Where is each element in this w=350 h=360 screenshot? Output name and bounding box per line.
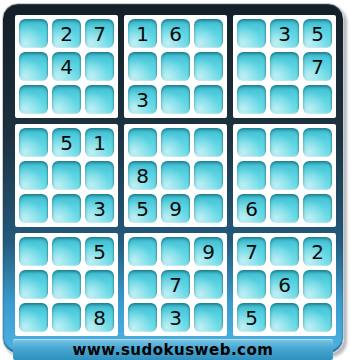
cell-r8c8[interactable]: 6 [270,270,299,299]
cell-r1c5[interactable]: 6 [161,19,190,48]
cell-r2c2[interactable]: 4 [52,52,81,81]
cell-r5c3[interactable] [85,161,114,190]
cell-r2c7[interactable] [237,52,266,81]
cell-r1c7[interactable] [237,19,266,48]
cell-r6c4[interactable]: 5 [128,194,157,223]
cell-r6c8[interactable] [270,194,299,223]
cell-r9c1[interactable] [19,303,48,332]
cell-r2c9[interactable]: 7 [303,52,332,81]
cell-r1c9[interactable]: 5 [303,19,332,48]
cell-r8c9[interactable] [303,270,332,299]
cell-r2c3[interactable] [85,52,114,81]
cell-r1c3[interactable]: 7 [85,19,114,48]
cell-r6c7[interactable]: 6 [237,194,266,223]
cell-r8c5[interactable]: 7 [161,270,190,299]
box-5: 859 [124,124,227,227]
sudoku-app-frame: 2741633575138596589737265 www.sudokusweb… [2,3,344,354]
box-1: 274 [15,15,118,118]
cell-r3c8[interactable] [270,85,299,114]
cell-r7c1[interactable] [19,237,48,266]
cell-r3c6[interactable] [194,85,223,114]
box-2: 163 [124,15,227,118]
cell-r7c8[interactable] [270,237,299,266]
cell-r4c6[interactable] [194,128,223,157]
cell-r8c7[interactable] [237,270,266,299]
cell-r9c6[interactable] [194,303,223,332]
cell-r4c8[interactable] [270,128,299,157]
cell-r9c2[interactable] [52,303,81,332]
cell-r3c7[interactable] [237,85,266,114]
cell-r3c2[interactable] [52,85,81,114]
cell-r5c8[interactable] [270,161,299,190]
box-8: 973 [124,233,227,336]
website-link[interactable]: www.sudokusweb.com [73,341,274,359]
cell-r1c6[interactable] [194,19,223,48]
cell-r6c2[interactable] [52,194,81,223]
box-4: 513 [15,124,118,227]
cell-r8c3[interactable] [85,270,114,299]
box-3: 357 [233,15,336,118]
footer-bar: www.sudokusweb.com [13,339,333,360]
cell-r5c1[interactable] [19,161,48,190]
cell-r3c5[interactable] [161,85,190,114]
cell-r5c7[interactable] [237,161,266,190]
cell-r6c9[interactable] [303,194,332,223]
box-9: 7265 [233,233,336,336]
cell-r9c9[interactable] [303,303,332,332]
box-7: 58 [15,233,118,336]
cell-r7c2[interactable] [52,237,81,266]
cell-r3c4[interactable]: 3 [128,85,157,114]
cell-r7c5[interactable] [161,237,190,266]
sudoku-board: 2741633575138596589737265 [3,4,343,336]
cell-r9c5[interactable]: 3 [161,303,190,332]
cell-r3c9[interactable] [303,85,332,114]
cell-r5c2[interactable] [52,161,81,190]
cell-r9c7[interactable]: 5 [237,303,266,332]
cell-r5c9[interactable] [303,161,332,190]
cell-r8c2[interactable] [52,270,81,299]
cell-r6c5[interactable]: 9 [161,194,190,223]
cell-r6c3[interactable]: 3 [85,194,114,223]
cell-r4c7[interactable] [237,128,266,157]
cell-r8c1[interactable] [19,270,48,299]
cell-r8c4[interactable] [128,270,157,299]
cell-r3c3[interactable] [85,85,114,114]
cell-r4c2[interactable]: 5 [52,128,81,157]
cell-r2c4[interactable] [128,52,157,81]
cell-r7c9[interactable]: 2 [303,237,332,266]
cell-r5c4[interactable]: 8 [128,161,157,190]
cell-r2c8[interactable] [270,52,299,81]
cell-r4c1[interactable] [19,128,48,157]
cell-r7c7[interactable]: 7 [237,237,266,266]
cell-r4c9[interactable] [303,128,332,157]
cell-r5c5[interactable] [161,161,190,190]
cell-r2c6[interactable] [194,52,223,81]
cell-r2c1[interactable] [19,52,48,81]
cell-r1c1[interactable] [19,19,48,48]
cell-r2c5[interactable] [161,52,190,81]
cell-r7c6[interactable]: 9 [194,237,223,266]
cell-r4c4[interactable] [128,128,157,157]
cell-r9c8[interactable] [270,303,299,332]
cell-r8c6[interactable] [194,270,223,299]
box-6: 6 [233,124,336,227]
cell-r1c2[interactable]: 2 [52,19,81,48]
cell-r9c3[interactable]: 8 [85,303,114,332]
cell-r4c5[interactable] [161,128,190,157]
cell-r4c3[interactable]: 1 [85,128,114,157]
cell-r1c8[interactable]: 3 [270,19,299,48]
cell-r6c1[interactable] [19,194,48,223]
cell-r3c1[interactable] [19,85,48,114]
cell-r9c4[interactable] [128,303,157,332]
cell-r7c3[interactable]: 5 [85,237,114,266]
cell-r6c6[interactable] [194,194,223,223]
cell-r5c6[interactable] [194,161,223,190]
cell-r7c4[interactable] [128,237,157,266]
cell-r1c4[interactable]: 1 [128,19,157,48]
